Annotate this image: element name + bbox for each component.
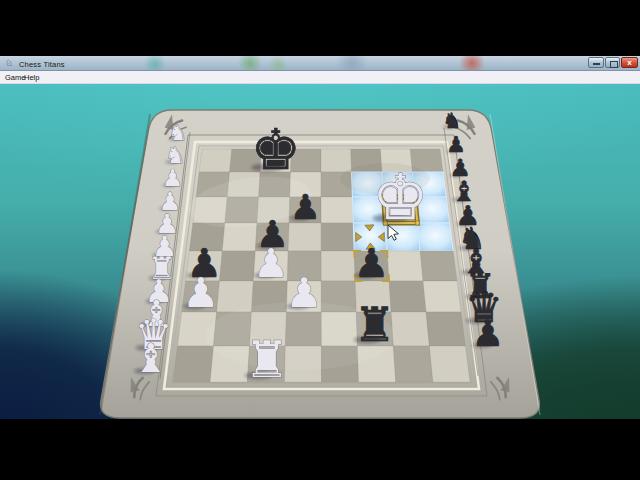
- menu-bar: Game Help: [0, 71, 640, 84]
- square-h2[interactable]: [426, 312, 465, 346]
- white-pawn-a3[interactable]: ♟: [183, 269, 220, 317]
- square-e5[interactable]: [321, 223, 354, 251]
- captured-black-pawn: ♟: [472, 313, 504, 354]
- menu-item-game[interactable]: Game: [5, 73, 25, 82]
- square-h3[interactable]: [423, 281, 461, 312]
- close-button[interactable]: x: [621, 57, 638, 68]
- game-viewport: ♞♞♟♟♟♟♜♟♝♛♝♞♟♟♝♟♞♝♜♛♟♚♟♚♟♟♟♟♟♟♜♜: [0, 84, 640, 419]
- square-h1[interactable]: [429, 346, 470, 382]
- window-title: Chess Titans: [19, 60, 65, 69]
- square-g1[interactable]: [393, 346, 433, 382]
- letterbox-top: [0, 0, 640, 56]
- white-pawn-c4[interactable]: ♟: [253, 240, 288, 286]
- minimize-icon: [593, 63, 600, 65]
- black-pawn-f4[interactable]: ♟: [354, 240, 389, 286]
- chess-app-icon: ♘: [5, 59, 13, 68]
- captured-white-bishop: ♝: [133, 335, 168, 381]
- board-3d-scene: ♞♞♟♟♟♟♜♟♝♛♝♞♟♟♝♟♞♝♜♛♟♚♟♚♟♟♟♟♟♟♜♜: [0, 84, 640, 419]
- black-rook-f2[interactable]: ♜: [353, 297, 395, 352]
- video-frame: { "window": { "title": "Chess Titans", "…: [0, 0, 640, 480]
- close-icon: x: [622, 58, 637, 67]
- white-rook-c1[interactable]: ♜: [244, 331, 289, 389]
- minimize-button[interactable]: [588, 57, 604, 68]
- captured-black-knight: ♞: [443, 108, 462, 133]
- square-g2[interactable]: [391, 312, 429, 346]
- window-titlebar: ♘ Chess Titans x: [0, 56, 640, 71]
- square-e6[interactable]: [321, 197, 353, 223]
- square-e4[interactable]: [321, 251, 355, 281]
- square-a8[interactable]: [199, 149, 232, 172]
- menu-item-help[interactable]: Help: [24, 73, 39, 82]
- white-pawn-d3[interactable]: ♟: [286, 269, 323, 317]
- maximize-icon: [610, 61, 618, 68]
- black-pawn-d6[interactable]: ♟: [290, 187, 321, 227]
- letterbox-bottom: [0, 419, 640, 480]
- black-king-c8[interactable]: ♚: [251, 117, 301, 182]
- square-b3[interactable]: [217, 281, 254, 312]
- square-g4[interactable]: [387, 251, 423, 281]
- square-d5[interactable]: [288, 223, 321, 251]
- square-a1[interactable]: [173, 346, 214, 382]
- white-king-g6[interactable]: ♚: [372, 160, 429, 234]
- square-e8[interactable]: [321, 149, 352, 172]
- maximize-button[interactable]: [605, 57, 620, 68]
- window-controls: x: [587, 57, 638, 68]
- square-h4[interactable]: [420, 251, 457, 281]
- square-b4[interactable]: [220, 251, 256, 281]
